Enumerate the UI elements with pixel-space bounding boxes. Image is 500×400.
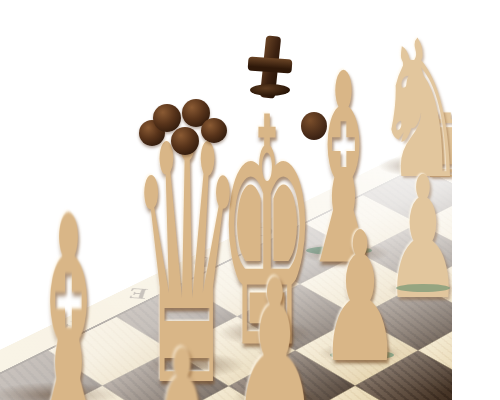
queen-bead: [171, 127, 199, 155]
dark-piece-glimpse: [301, 112, 327, 140]
piece-shadow: [218, 320, 313, 346]
board-3d-wrap: F E D C: [0, 147, 500, 400]
chess-set-photo: F E D C ♜ ♞ ♟ ♝ ♟ ♚ ♟ ♛ ♟ ♝: [0, 0, 500, 400]
felt-edge: [396, 284, 450, 292]
chess-board: F E D C: [0, 147, 500, 400]
felt-edge: [330, 350, 394, 360]
queen-bead: [153, 104, 181, 132]
cross-horizontal-bar: [248, 56, 293, 73]
felt-edge: [306, 246, 372, 255]
queen-bead: [201, 118, 227, 143]
cross-base-disc: [250, 84, 290, 96]
photo-white-margin: [452, 0, 500, 400]
piece-shadow: [145, 352, 245, 378]
king-cross-finial: [244, 36, 296, 102]
